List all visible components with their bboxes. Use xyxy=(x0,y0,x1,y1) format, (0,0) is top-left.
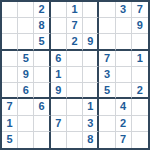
sudoku-cell-given: 1 xyxy=(67,2,83,18)
sudoku-cell-empty[interactable] xyxy=(99,99,115,115)
sudoku-cell-given: 2 xyxy=(34,2,50,18)
sudoku-board: 21378795295671913695276141732587 xyxy=(0,0,150,150)
sudoku-cell-empty[interactable] xyxy=(67,51,83,67)
sudoku-cell-given: 9 xyxy=(132,18,148,34)
sudoku-cell-given: 7 xyxy=(67,18,83,34)
sudoku-cell-given: 5 xyxy=(18,51,34,67)
sudoku-cell-empty[interactable] xyxy=(99,132,115,148)
sudoku-cell-given: 6 xyxy=(34,99,50,115)
sudoku-cell-empty[interactable] xyxy=(34,67,50,83)
sudoku-cell-given: 7 xyxy=(99,51,115,67)
sudoku-cell-empty[interactable] xyxy=(99,116,115,132)
sudoku-cell-given: 1 xyxy=(51,67,67,83)
sudoku-cell-given: 3 xyxy=(99,67,115,83)
sudoku-cell-empty[interactable] xyxy=(51,18,67,34)
sudoku-cell-given: 5 xyxy=(99,83,115,99)
sudoku-cell-given: 6 xyxy=(18,83,34,99)
sudoku-cell-empty[interactable] xyxy=(18,34,34,50)
sudoku-cell-empty[interactable] xyxy=(18,2,34,18)
sudoku-cell-empty[interactable] xyxy=(116,34,132,50)
sudoku-cell-empty[interactable] xyxy=(132,67,148,83)
sudoku-cell-empty[interactable] xyxy=(116,51,132,67)
sudoku-cell-empty[interactable] xyxy=(116,18,132,34)
sudoku-cell-empty[interactable] xyxy=(99,2,115,18)
sudoku-cell-given: 1 xyxy=(2,116,18,132)
sudoku-cell-empty[interactable] xyxy=(18,99,34,115)
sudoku-cell-empty[interactable] xyxy=(51,34,67,50)
sudoku-cell-empty[interactable] xyxy=(51,99,67,115)
sudoku-cell-given: 8 xyxy=(83,132,99,148)
sudoku-cell-empty[interactable] xyxy=(83,18,99,34)
sudoku-cell-given: 9 xyxy=(51,83,67,99)
sudoku-cell-empty[interactable] xyxy=(67,83,83,99)
sudoku-cell-empty[interactable] xyxy=(2,83,18,99)
sudoku-cell-given: 4 xyxy=(116,99,132,115)
sudoku-cell-empty[interactable] xyxy=(116,83,132,99)
sudoku-cell-empty[interactable] xyxy=(2,34,18,50)
sudoku-cell-empty[interactable] xyxy=(18,116,34,132)
sudoku-cell-given: 2 xyxy=(116,116,132,132)
sudoku-cell-given: 6 xyxy=(51,51,67,67)
sudoku-cell-empty[interactable] xyxy=(2,67,18,83)
sudoku-cell-given: 7 xyxy=(132,2,148,18)
sudoku-cell-given: 7 xyxy=(2,99,18,115)
sudoku-cell-empty[interactable] xyxy=(83,2,99,18)
sudoku-cell-given: 8 xyxy=(34,18,50,34)
sudoku-cell-given: 9 xyxy=(83,34,99,50)
sudoku-cell-given: 7 xyxy=(116,132,132,148)
sudoku-cell-empty[interactable] xyxy=(51,132,67,148)
sudoku-cell-empty[interactable] xyxy=(67,67,83,83)
sudoku-cell-empty[interactable] xyxy=(34,51,50,67)
sudoku-cell-empty[interactable] xyxy=(18,18,34,34)
sudoku-cell-given: 1 xyxy=(132,51,148,67)
sudoku-cell-given: 2 xyxy=(67,34,83,50)
sudoku-cell-empty[interactable] xyxy=(34,132,50,148)
sudoku-cell-empty[interactable] xyxy=(83,51,99,67)
sudoku-cell-empty[interactable] xyxy=(132,34,148,50)
sudoku-cell-empty[interactable] xyxy=(132,116,148,132)
sudoku-cell-empty[interactable] xyxy=(99,34,115,50)
sudoku-cell-empty[interactable] xyxy=(67,99,83,115)
sudoku-cell-empty[interactable] xyxy=(116,67,132,83)
sudoku-cell-empty[interactable] xyxy=(132,99,148,115)
sudoku-cell-given: 1 xyxy=(83,99,99,115)
sudoku-cell-empty[interactable] xyxy=(2,51,18,67)
sudoku-cell-empty[interactable] xyxy=(132,132,148,148)
sudoku-cell-given: 3 xyxy=(116,2,132,18)
sudoku-cell-given: 3 xyxy=(83,116,99,132)
sudoku-cell-empty[interactable] xyxy=(51,2,67,18)
sudoku-cell-given: 7 xyxy=(51,116,67,132)
sudoku-cell-empty[interactable] xyxy=(34,83,50,99)
sudoku-cell-given: 9 xyxy=(18,67,34,83)
sudoku-cell-empty[interactable] xyxy=(83,83,99,99)
sudoku-cell-empty[interactable] xyxy=(67,132,83,148)
sudoku-cell-empty[interactable] xyxy=(18,132,34,148)
sudoku-cell-given: 5 xyxy=(2,132,18,148)
sudoku-cell-empty[interactable] xyxy=(67,116,83,132)
sudoku-cell-empty[interactable] xyxy=(2,18,18,34)
sudoku-cell-empty[interactable] xyxy=(83,67,99,83)
sudoku-cell-empty[interactable] xyxy=(34,116,50,132)
sudoku-cell-empty[interactable] xyxy=(99,18,115,34)
sudoku-cell-empty[interactable] xyxy=(2,2,18,18)
sudoku-cell-given: 2 xyxy=(132,83,148,99)
sudoku-cell-given: 5 xyxy=(34,34,50,50)
